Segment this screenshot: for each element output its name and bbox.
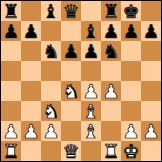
square-c4[interactable] [41,81,61,101]
square-c3[interactable]: ♞ [41,101,61,121]
piece-black-knight[interactable]: ♞ [42,41,59,61]
square-d4[interactable]: ♞ [61,81,81,101]
square-b7[interactable]: ♟ [21,21,41,41]
square-h8[interactable] [141,1,161,21]
piece-black-pawn[interactable]: ♟ [62,41,79,61]
square-d1[interactable]: ♛ [61,141,81,161]
square-g2[interactable]: ♟ [121,121,141,141]
square-e1[interactable] [81,141,101,161]
square-d2[interactable] [61,121,81,141]
square-g8[interactable]: ♚ [121,1,141,21]
piece-black-queen[interactable]: ♛ [62,1,79,21]
square-d3[interactable] [61,101,81,121]
square-c1[interactable] [41,141,61,161]
square-a6[interactable] [1,41,21,61]
piece-black-pawn[interactable]: ♟ [2,21,19,41]
square-d5[interactable] [61,61,81,81]
piece-white-pawn[interactable]: ♟ [122,121,139,141]
piece-black-rook[interactable]: ♜ [102,1,119,21]
piece-black-bishop[interactable]: ♝ [42,1,59,21]
square-d7[interactable] [61,21,81,41]
square-e2[interactable]: ♝ [81,121,101,141]
square-h2[interactable]: ♟ [141,121,161,141]
square-g4[interactable] [121,81,141,101]
piece-white-bishop[interactable]: ♝ [82,121,99,141]
square-h6[interactable] [141,41,161,61]
square-c5[interactable] [41,61,61,81]
square-c7[interactable] [41,21,61,41]
square-a8[interactable]: ♜ [1,1,21,21]
square-d8[interactable]: ♛ [61,1,81,21]
piece-white-knight[interactable]: ♞ [62,81,79,101]
square-b1[interactable] [21,141,41,161]
square-d6[interactable]: ♟ [61,41,81,61]
square-h7[interactable]: ♟ [141,21,161,41]
piece-white-pawn[interactable]: ♟ [2,121,19,141]
square-g7[interactable]: ♟ [121,21,141,41]
piece-white-bishop[interactable]: ♝ [82,101,99,121]
piece-black-pawn[interactable]: ♟ [102,21,119,41]
square-e6[interactable]: ♟ [81,41,101,61]
piece-black-bishop[interactable]: ♝ [82,21,99,41]
square-f5[interactable] [101,61,121,81]
square-g6[interactable] [121,41,141,61]
square-f4[interactable]: ♟ [101,81,121,101]
square-e7[interactable]: ♝ [81,21,101,41]
piece-black-knight[interactable]: ♞ [102,41,119,61]
square-a1[interactable]: ♜ [1,141,21,161]
piece-black-king[interactable]: ♚ [122,1,139,21]
square-h1[interactable] [141,141,161,161]
square-f1[interactable]: ♜ [101,141,121,161]
piece-black-pawn[interactable]: ♟ [82,41,99,61]
square-h5[interactable] [141,61,161,81]
square-e8[interactable] [81,1,101,21]
square-b5[interactable] [21,61,41,81]
square-c8[interactable]: ♝ [41,1,61,21]
square-b4[interactable] [21,81,41,101]
square-a5[interactable] [1,61,21,81]
square-e4[interactable]: ♟ [81,81,101,101]
piece-white-rook[interactable]: ♜ [102,141,119,161]
square-a2[interactable]: ♟ [1,121,21,141]
square-e3[interactable]: ♝ [81,101,101,121]
square-c6[interactable]: ♞ [41,41,61,61]
piece-white-pawn[interactable]: ♟ [22,121,39,141]
piece-white-pawn[interactable]: ♟ [82,81,99,101]
square-f3[interactable] [101,101,121,121]
square-a7[interactable]: ♟ [1,21,21,41]
square-f7[interactable]: ♟ [101,21,121,41]
square-h3[interactable] [141,101,161,121]
square-a3[interactable] [1,101,21,121]
square-b8[interactable] [21,1,41,21]
piece-white-pawn[interactable]: ♟ [42,121,59,141]
square-g5[interactable] [121,61,141,81]
square-b2[interactable]: ♟ [21,121,41,141]
piece-white-queen[interactable]: ♛ [62,141,79,161]
square-c2[interactable]: ♟ [41,121,61,141]
square-f8[interactable]: ♜ [101,1,121,21]
piece-black-pawn[interactable]: ♟ [142,21,159,41]
square-b6[interactable] [21,41,41,61]
piece-black-pawn[interactable]: ♟ [22,21,39,41]
piece-white-rook[interactable]: ♜ [2,141,19,161]
piece-black-pawn[interactable]: ♟ [122,21,139,41]
square-f2[interactable] [101,121,121,141]
piece-black-rook[interactable]: ♜ [2,1,19,21]
piece-white-pawn[interactable]: ♟ [142,121,159,141]
piece-white-king[interactable]: ♚ [122,141,139,161]
square-f6[interactable]: ♞ [101,41,121,61]
chess-board: ♜♝♛♜♚♟♟♝♟♟♟♞♟♟♞♞♟♟♞♝♟♟♟♝♟♟♜♛♜♚ [0,0,162,162]
piece-white-knight[interactable]: ♞ [42,101,59,121]
square-a4[interactable] [1,81,21,101]
square-h4[interactable] [141,81,161,101]
square-g1[interactable]: ♚ [121,141,141,161]
square-b3[interactable] [21,101,41,121]
square-g3[interactable] [121,101,141,121]
piece-white-pawn[interactable]: ♟ [102,81,119,101]
square-e5[interactable] [81,61,101,81]
